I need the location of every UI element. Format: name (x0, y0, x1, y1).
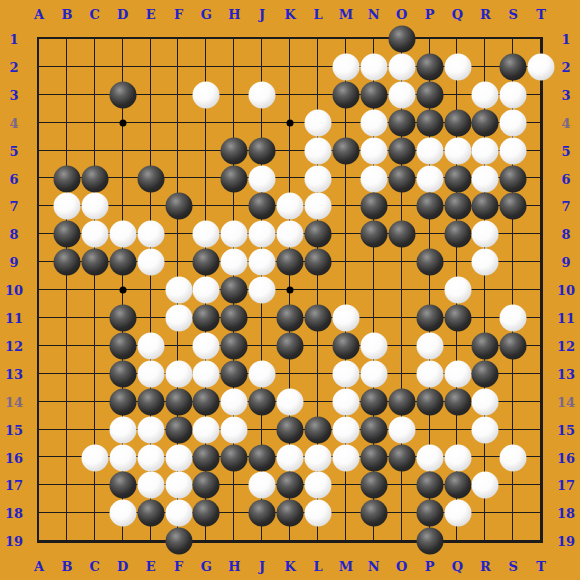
white-stone-F18[interactable] (165, 500, 192, 527)
black-stone-R7[interactable] (472, 193, 499, 220)
row-label-right-4: 4 (561, 115, 570, 130)
white-stone-R17[interactable] (472, 472, 499, 499)
white-stone-N4[interactable] (360, 109, 387, 136)
black-stone-Q14[interactable] (444, 388, 471, 415)
black-stone-G17[interactable] (193, 472, 220, 499)
black-stone-L11[interactable] (305, 305, 332, 332)
black-stone-Q4[interactable] (444, 109, 471, 136)
black-stone-N15[interactable] (360, 416, 387, 443)
black-stone-O6[interactable] (388, 165, 415, 192)
star-point-D10 (119, 287, 126, 294)
col-label-bottom-R: R (480, 559, 491, 574)
white-stone-K7[interactable] (277, 193, 304, 220)
row-label-right-3: 3 (561, 87, 570, 102)
white-stone-K14[interactable] (277, 388, 304, 415)
col-label-top-Q: Q (452, 7, 463, 22)
white-stone-E8[interactable] (137, 221, 164, 248)
black-stone-P4[interactable] (416, 109, 443, 136)
go-app: { "game": "go", "board": { "size": 19, "… (0, 0, 580, 580)
white-stone-F17[interactable] (165, 472, 192, 499)
col-label-bottom-O: O (396, 559, 407, 574)
col-label-top-T: T (536, 7, 546, 22)
white-stone-P12[interactable] (416, 332, 443, 359)
white-stone-F13[interactable] (165, 360, 192, 387)
white-stone-N2[interactable] (360, 53, 387, 80)
row-label-right-2: 2 (561, 59, 570, 74)
black-stone-K17[interactable] (277, 472, 304, 499)
row-label-left-9: 9 (9, 255, 18, 270)
white-stone-S5[interactable] (500, 137, 527, 164)
row-label-left-16: 16 (5, 450, 23, 465)
col-label-bottom-G: G (201, 559, 212, 574)
col-label-top-C: C (90, 7, 100, 22)
white-stone-G3[interactable] (193, 81, 220, 108)
row-label-right-18: 18 (557, 506, 575, 521)
row-label-right-12: 12 (557, 338, 575, 353)
row-label-left-7: 7 (9, 199, 18, 214)
white-stone-T2[interactable] (528, 53, 555, 80)
col-label-bottom-K: K (284, 559, 295, 574)
col-label-bottom-F: F (174, 559, 183, 574)
col-label-top-O: O (396, 7, 407, 22)
col-label-bottom-N: N (368, 559, 380, 574)
black-stone-S7[interactable] (500, 193, 527, 220)
white-stone-G15[interactable] (193, 416, 220, 443)
white-stone-M11[interactable] (332, 305, 359, 332)
white-stone-R9[interactable] (472, 249, 499, 276)
white-stone-L7[interactable] (305, 193, 332, 220)
black-stone-P9[interactable] (416, 249, 443, 276)
black-stone-Q6[interactable] (444, 165, 471, 192)
black-stone-J14[interactable] (249, 388, 276, 415)
black-stone-F15[interactable] (165, 416, 192, 443)
black-stone-P2[interactable] (416, 53, 443, 80)
black-stone-D14[interactable] (109, 388, 136, 415)
black-stone-K15[interactable] (277, 416, 304, 443)
row-label-right-15: 15 (557, 422, 575, 437)
white-stone-M14[interactable] (332, 388, 359, 415)
black-stone-K9[interactable] (277, 249, 304, 276)
row-label-left-12: 12 (5, 338, 23, 353)
row-label-right-9: 9 (561, 255, 570, 270)
white-stone-N6[interactable] (360, 165, 387, 192)
white-stone-D8[interactable] (109, 221, 136, 248)
white-stone-L16[interactable] (305, 444, 332, 471)
row-label-left-8: 8 (9, 227, 18, 242)
white-stone-L18[interactable] (305, 500, 332, 527)
black-stone-K18[interactable] (277, 500, 304, 527)
black-stone-N14[interactable] (360, 388, 387, 415)
black-stone-S2[interactable] (500, 53, 527, 80)
black-stone-M12[interactable] (332, 332, 359, 359)
black-stone-F14[interactable] (165, 388, 192, 415)
row-label-left-14: 14 (5, 394, 23, 409)
black-stone-O16[interactable] (388, 444, 415, 471)
white-stone-O15[interactable] (388, 416, 415, 443)
white-stone-J8[interactable] (249, 221, 276, 248)
black-stone-M3[interactable] (332, 81, 359, 108)
col-label-top-D: D (117, 7, 128, 22)
white-stone-E15[interactable] (137, 416, 164, 443)
white-stone-R6[interactable] (472, 165, 499, 192)
white-stone-H8[interactable] (221, 221, 248, 248)
black-stone-P17[interactable] (416, 472, 443, 499)
goban[interactable]: AABBCCDDEEFFGGHHJJKKLLMMNNOOPPQQRRSSTT11… (0, 0, 580, 580)
row-label-right-6: 6 (561, 171, 570, 186)
black-stone-H16[interactable] (221, 444, 248, 471)
white-stone-E9[interactable] (137, 249, 164, 276)
col-label-bottom-Q: Q (452, 559, 463, 574)
white-stone-F16[interactable] (165, 444, 192, 471)
row-label-left-17: 17 (5, 478, 23, 493)
black-stone-Q17[interactable] (444, 472, 471, 499)
row-label-right-13: 13 (557, 366, 575, 381)
white-stone-E16[interactable] (137, 444, 164, 471)
col-label-bottom-B: B (61, 559, 72, 574)
col-label-top-K: K (284, 7, 295, 22)
white-stone-J10[interactable] (249, 277, 276, 304)
white-stone-N13[interactable] (360, 360, 387, 387)
white-stone-F10[interactable] (165, 277, 192, 304)
black-stone-J5[interactable] (249, 137, 276, 164)
row-label-right-11: 11 (557, 311, 575, 326)
row-label-right-1: 1 (561, 32, 570, 47)
col-label-top-F: F (174, 7, 183, 22)
white-stone-B7[interactable] (53, 193, 80, 220)
white-stone-S16[interactable] (500, 444, 527, 471)
white-stone-H15[interactable] (221, 416, 248, 443)
row-label-right-7: 7 (561, 199, 570, 214)
black-stone-P14[interactable] (416, 388, 443, 415)
col-label-top-G: G (201, 7, 212, 22)
white-stone-J3[interactable] (249, 81, 276, 108)
black-stone-F19[interactable] (165, 528, 192, 555)
col-label-top-N: N (368, 7, 380, 22)
black-stone-G16[interactable] (193, 444, 220, 471)
black-stone-R12[interactable] (472, 332, 499, 359)
black-stone-M5[interactable] (332, 137, 359, 164)
col-label-bottom-A: A (34, 559, 44, 574)
black-stone-P3[interactable] (416, 81, 443, 108)
col-label-bottom-D: D (117, 559, 128, 574)
black-stone-N8[interactable] (360, 221, 387, 248)
black-stone-N3[interactable] (360, 81, 387, 108)
black-stone-S12[interactable] (500, 332, 527, 359)
row-label-left-15: 15 (5, 422, 23, 437)
black-stone-G18[interactable] (193, 500, 220, 527)
white-stone-J13[interactable] (249, 360, 276, 387)
col-label-top-M: M (339, 7, 353, 22)
star-point-D4 (119, 119, 126, 126)
row-label-left-3: 3 (9, 87, 18, 102)
black-stone-P7[interactable] (416, 193, 443, 220)
white-stone-Q10[interactable] (444, 277, 471, 304)
white-stone-C16[interactable] (81, 444, 108, 471)
black-stone-O14[interactable] (388, 388, 415, 415)
black-stone-P19[interactable] (416, 528, 443, 555)
white-stone-J6[interactable] (249, 165, 276, 192)
white-stone-P6[interactable] (416, 165, 443, 192)
white-stone-E17[interactable] (137, 472, 164, 499)
white-stone-G13[interactable] (193, 360, 220, 387)
white-stone-O2[interactable] (388, 53, 415, 80)
col-label-bottom-S: S (509, 559, 518, 574)
col-label-bottom-P: P (425, 559, 435, 574)
black-stone-O4[interactable] (388, 109, 415, 136)
row-label-left-13: 13 (5, 366, 23, 381)
row-label-right-10: 10 (557, 283, 575, 298)
col-label-top-E: E (146, 7, 156, 22)
white-stone-R8[interactable] (472, 221, 499, 248)
white-stone-M15[interactable] (332, 416, 359, 443)
black-stone-J18[interactable] (249, 500, 276, 527)
black-stone-O5[interactable] (388, 137, 415, 164)
black-stone-C9[interactable] (81, 249, 108, 276)
white-stone-R5[interactable] (472, 137, 499, 164)
black-stone-B8[interactable] (53, 221, 80, 248)
white-stone-D16[interactable] (109, 444, 136, 471)
black-stone-E14[interactable] (137, 388, 164, 415)
black-stone-D13[interactable] (109, 360, 136, 387)
col-label-top-R: R (480, 7, 491, 22)
white-stone-L6[interactable] (305, 165, 332, 192)
black-stone-G9[interactable] (193, 249, 220, 276)
row-label-left-18: 18 (5, 506, 23, 521)
col-label-bottom-T: T (536, 559, 546, 574)
col-label-top-S: S (509, 7, 518, 22)
row-label-right-8: 8 (561, 227, 570, 242)
black-stone-H10[interactable] (221, 277, 248, 304)
white-stone-R14[interactable] (472, 388, 499, 415)
white-stone-L5[interactable] (305, 137, 332, 164)
col-label-top-H: H (228, 7, 240, 22)
white-stone-M2[interactable] (332, 53, 359, 80)
black-stone-P11[interactable] (416, 305, 443, 332)
row-label-left-2: 2 (9, 59, 18, 74)
white-stone-C7[interactable] (81, 193, 108, 220)
black-stone-P18[interactable] (416, 500, 443, 527)
white-stone-F11[interactable] (165, 305, 192, 332)
white-stone-L17[interactable] (305, 472, 332, 499)
black-stone-D12[interactable] (109, 332, 136, 359)
white-stone-M13[interactable] (332, 360, 359, 387)
black-stone-D11[interactable] (109, 305, 136, 332)
black-stone-L8[interactable] (305, 221, 332, 248)
white-stone-D15[interactable] (109, 416, 136, 443)
white-stone-M16[interactable] (332, 444, 359, 471)
black-stone-H5[interactable] (221, 137, 248, 164)
col-label-bottom-J: J (259, 559, 265, 574)
black-stone-D9[interactable] (109, 249, 136, 276)
black-stone-Q8[interactable] (444, 221, 471, 248)
white-stone-G10[interactable] (193, 277, 220, 304)
row-label-left-6: 6 (9, 171, 18, 186)
black-stone-J7[interactable] (249, 193, 276, 220)
black-stone-E18[interactable] (137, 500, 164, 527)
white-stone-E12[interactable] (137, 332, 164, 359)
black-stone-L15[interactable] (305, 416, 332, 443)
white-stone-N12[interactable] (360, 332, 387, 359)
black-stone-D3[interactable] (109, 81, 136, 108)
black-stone-H11[interactable] (221, 305, 248, 332)
black-stone-B9[interactable] (53, 249, 80, 276)
row-label-left-4: 4 (9, 115, 18, 130)
black-stone-R13[interactable] (472, 360, 499, 387)
black-stone-F7[interactable] (165, 193, 192, 220)
black-stone-D17[interactable] (109, 472, 136, 499)
col-label-bottom-H: H (228, 559, 240, 574)
white-stone-J17[interactable] (249, 472, 276, 499)
black-stone-K11[interactable] (277, 305, 304, 332)
row-label-right-17: 17 (557, 478, 575, 493)
col-label-bottom-M: M (339, 559, 353, 574)
row-label-left-11: 11 (5, 311, 23, 326)
col-label-top-A: A (34, 7, 44, 22)
white-stone-P13[interactable] (416, 360, 443, 387)
black-stone-G14[interactable] (193, 388, 220, 415)
white-stone-R15[interactable] (472, 416, 499, 443)
row-label-right-19: 19 (557, 534, 575, 549)
white-stone-Q5[interactable] (444, 137, 471, 164)
white-stone-R3[interactable] (472, 81, 499, 108)
black-stone-G11[interactable] (193, 305, 220, 332)
star-point-K4 (287, 119, 294, 126)
row-label-right-14: 14 (557, 394, 575, 409)
black-stone-C6[interactable] (81, 165, 108, 192)
black-stone-S6[interactable] (500, 165, 527, 192)
white-stone-O3[interactable] (388, 81, 415, 108)
white-stone-Q13[interactable] (444, 360, 471, 387)
row-label-right-5: 5 (561, 143, 570, 158)
white-stone-Q2[interactable] (444, 53, 471, 80)
white-stone-S4[interactable] (500, 109, 527, 136)
row-label-right-16: 16 (557, 450, 575, 465)
star-point-K10 (287, 287, 294, 294)
black-stone-N7[interactable] (360, 193, 387, 220)
black-stone-K12[interactable] (277, 332, 304, 359)
white-stone-S3[interactable] (500, 81, 527, 108)
white-stone-G8[interactable] (193, 221, 220, 248)
white-stone-G12[interactable] (193, 332, 220, 359)
col-label-top-J: J (259, 7, 265, 22)
white-stone-K16[interactable] (277, 444, 304, 471)
col-label-bottom-L: L (313, 559, 322, 574)
white-stone-P5[interactable] (416, 137, 443, 164)
row-label-left-19: 19 (5, 534, 23, 549)
black-stone-E6[interactable] (137, 165, 164, 192)
white-stone-D18[interactable] (109, 500, 136, 527)
black-stone-R4[interactable] (472, 109, 499, 136)
black-stone-H12[interactable] (221, 332, 248, 359)
black-stone-J16[interactable] (249, 444, 276, 471)
row-label-left-10: 10 (5, 283, 23, 298)
white-stone-L4[interactable] (305, 109, 332, 136)
white-stone-Q16[interactable] (444, 444, 471, 471)
row-label-left-1: 1 (9, 32, 18, 47)
white-stone-K8[interactable] (277, 221, 304, 248)
white-stone-J9[interactable] (249, 249, 276, 276)
black-stone-N17[interactable] (360, 472, 387, 499)
black-stone-O1[interactable] (388, 26, 415, 53)
white-stone-H9[interactable] (221, 249, 248, 276)
col-label-top-P: P (425, 7, 435, 22)
white-stone-N5[interactable] (360, 137, 387, 164)
white-stone-E13[interactable] (137, 360, 164, 387)
black-stone-H13[interactable] (221, 360, 248, 387)
white-stone-Q18[interactable] (444, 500, 471, 527)
row-label-left-5: 5 (9, 143, 18, 158)
black-stone-H6[interactable] (221, 165, 248, 192)
col-label-bottom-E: E (146, 559, 156, 574)
col-label-bottom-C: C (90, 559, 100, 574)
white-stone-P16[interactable] (416, 444, 443, 471)
black-stone-N16[interactable] (360, 444, 387, 471)
black-stone-N18[interactable] (360, 500, 387, 527)
black-stone-B6[interactable] (53, 165, 80, 192)
black-stone-Q7[interactable] (444, 193, 471, 220)
black-stone-L9[interactable] (305, 249, 332, 276)
white-stone-S11[interactable] (500, 305, 527, 332)
col-label-top-L: L (313, 7, 322, 22)
black-stone-O8[interactable] (388, 221, 415, 248)
white-stone-C8[interactable] (81, 221, 108, 248)
white-stone-H14[interactable] (221, 388, 248, 415)
col-label-top-B: B (61, 7, 72, 22)
black-stone-Q11[interactable] (444, 305, 471, 332)
